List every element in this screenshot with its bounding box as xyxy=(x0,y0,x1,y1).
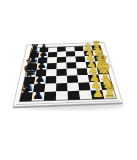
square-b5 xyxy=(57,52,66,58)
piece-black-pawn-h7: ♟ xyxy=(32,87,44,102)
piece-black-rook-h8: ♜ xyxy=(20,86,33,102)
piece-white-rook-h1: ♜ xyxy=(104,84,117,100)
square-a3 xyxy=(74,46,83,51)
square-b6 xyxy=(48,52,57,58)
square-c3 xyxy=(75,56,85,62)
square-f6 xyxy=(45,76,56,84)
square-b3 xyxy=(75,51,85,57)
square-e6 xyxy=(46,69,57,76)
square-h6 xyxy=(44,92,56,101)
square-g5 xyxy=(56,83,68,91)
piece-white-pawn-h2: ♟ xyxy=(92,85,104,100)
square-e4 xyxy=(67,68,78,75)
square-c5 xyxy=(57,57,67,63)
square-d4 xyxy=(66,62,76,69)
square-d6 xyxy=(47,63,57,70)
square-a5 xyxy=(57,47,66,52)
square-a6 xyxy=(48,47,57,52)
square-h3 xyxy=(79,90,92,99)
square-d5 xyxy=(57,63,67,70)
square-g6 xyxy=(45,83,57,91)
square-c6 xyxy=(47,57,57,63)
square-b4 xyxy=(66,51,75,57)
square-e5 xyxy=(56,69,66,76)
chessboard-photo: ♜♟♟♜♞♟♟♞♝♟♟♝♛♟♟♛♚♟♟♚♝♟♟♝♞♟♟♞♜♟♟♜ xyxy=(0,0,137,160)
square-g4 xyxy=(67,83,79,91)
square-h4 xyxy=(68,91,81,100)
photo-canvas: ♜♟♟♜♞♟♟♞♝♟♟♝♛♟♟♛♚♟♟♚♝♟♟♝♞♟♟♞♜♟♟♜ xyxy=(0,0,137,160)
square-g3 xyxy=(78,82,90,90)
square-f4 xyxy=(67,75,78,83)
square-h5 xyxy=(56,91,68,100)
square-a4 xyxy=(66,46,75,51)
square-f5 xyxy=(56,76,67,84)
square-c4 xyxy=(66,57,76,63)
